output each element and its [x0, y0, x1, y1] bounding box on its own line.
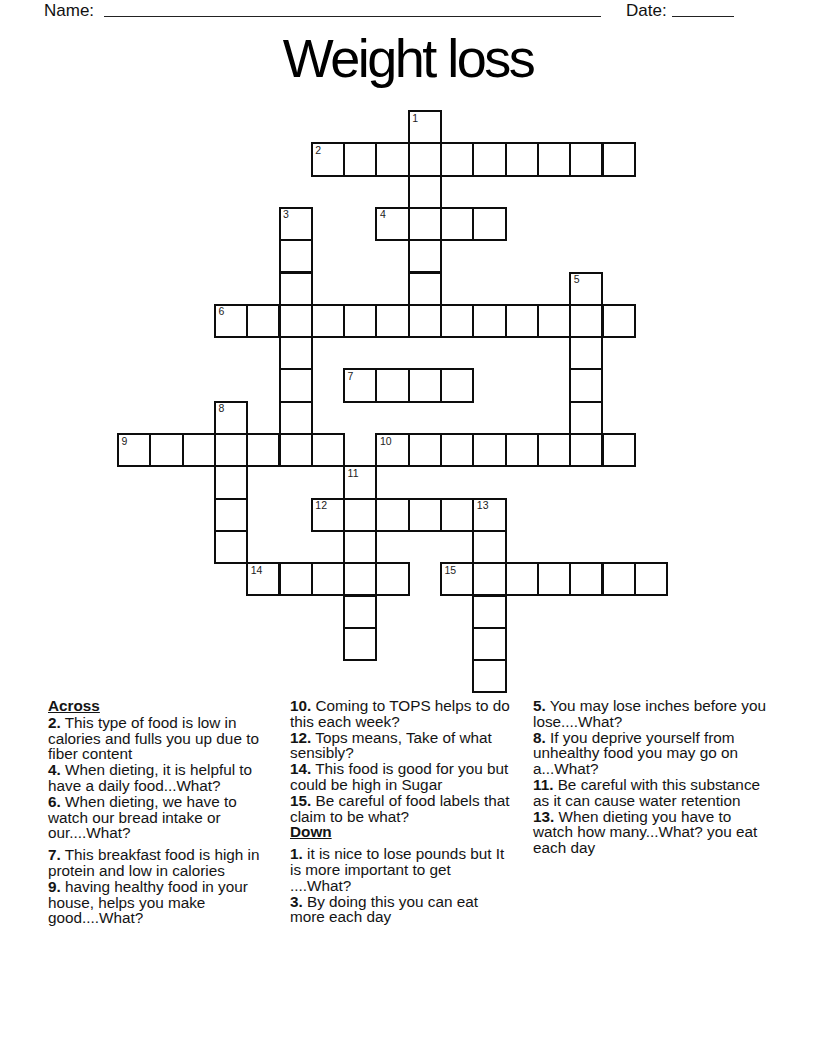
grid-cell-r14c11[interactable]	[472, 562, 506, 596]
cell-number-6: 6	[218, 306, 224, 317]
name-label: Name:	[44, 1, 94, 21]
grid-cell-r14c14[interactable]	[569, 562, 603, 596]
worksheet-page: Name: Date: Weight loss 1234567891011121…	[0, 0, 816, 1056]
grid-cell-r8c10[interactable]	[440, 368, 474, 402]
grid-cell-r10c12[interactable]	[505, 433, 539, 467]
grid-cell-r16c11[interactable]	[472, 627, 506, 661]
date-line	[672, 0, 734, 17]
grid-cell-r14c7[interactable]	[343, 562, 377, 596]
name-line	[104, 0, 601, 17]
clue-column-1: Across2. This type of food is low in cal…	[48, 698, 277, 926]
grid-cell-r5c14[interactable]: 5	[569, 272, 603, 306]
grid-cell-r2c9[interactable]	[408, 175, 442, 209]
grid-cell-r14c4[interactable]: 14	[246, 562, 280, 596]
grid-cell-r1c10[interactable]	[440, 142, 474, 176]
cell-number-3: 3	[283, 209, 289, 220]
grid-cell-r3c9[interactable]	[408, 207, 442, 241]
grid-cell-r10c11[interactable]	[472, 433, 506, 467]
grid-cell-r12c6[interactable]: 12	[311, 498, 345, 532]
clue-across-4: 4. When dieting, it is helpful to have a…	[48, 762, 277, 794]
grid-cell-r10c3[interactable]	[214, 433, 248, 467]
cell-number-5: 5	[574, 274, 580, 285]
grid-cell-r12c7[interactable]	[343, 498, 377, 532]
grid-cell-r6c11[interactable]	[472, 304, 506, 338]
grid-cell-r15c11[interactable]	[472, 595, 506, 629]
cell-number-10: 10	[380, 436, 392, 447]
grid-cell-r7c5[interactable]	[279, 336, 313, 370]
grid-cell-r6c9[interactable]	[408, 304, 442, 338]
grid-cell-r1c7[interactable]	[343, 142, 377, 176]
grid-cell-r3c8[interactable]: 4	[375, 207, 409, 241]
grid-cell-r14c5[interactable]	[279, 562, 313, 596]
grid-cell-r1c13[interactable]	[537, 142, 571, 176]
grid-cell-r9c14[interactable]	[569, 401, 603, 435]
grid-cell-r10c15[interactable]	[602, 433, 636, 467]
clue-across-10: 10. Coming to TOPS helps to do this each…	[290, 698, 514, 730]
cell-number-14: 14	[251, 565, 263, 576]
cell-number-4: 4	[380, 209, 386, 220]
grid-cell-r12c8[interactable]	[375, 498, 409, 532]
clue-across-7: 7. This breakfast food is high in protei…	[48, 847, 277, 879]
grid-cell-r10c0[interactable]: 9	[117, 433, 151, 467]
grid-cell-r6c15[interactable]	[602, 304, 636, 338]
grid-cell-r13c7[interactable]	[343, 530, 377, 564]
grid-cell-r6c3[interactable]: 6	[214, 304, 248, 338]
across-header: Across	[48, 698, 277, 714]
grid-cell-r0c9[interactable]: 1	[408, 110, 442, 144]
clue-column-3: 5. You may lose inches before you lose..…	[533, 698, 773, 856]
crossword-grid: 123456789101112131415	[117, 110, 677, 700]
grid-cell-r6c13[interactable]	[537, 304, 571, 338]
grid-cell-r6c6[interactable]	[311, 304, 345, 338]
grid-cell-r16c7[interactable]	[343, 627, 377, 661]
grid-cell-r13c11[interactable]	[472, 530, 506, 564]
clue-down-3: 3. By doing this you can eat more each d…	[290, 894, 514, 926]
grid-cell-r8c14[interactable]	[569, 368, 603, 402]
clue-down-5: 5. You may lose inches before you lose..…	[533, 698, 773, 730]
grid-cell-r9c3[interactable]: 8	[214, 401, 248, 435]
grid-cell-r1c6[interactable]: 2	[311, 142, 345, 176]
grid-cell-r14c15[interactable]	[602, 562, 636, 596]
clue-across-12: 12. Tops means, Take of what sensibly?	[290, 730, 514, 762]
cell-number-12: 12	[315, 500, 327, 511]
grid-cell-r8c8[interactable]	[375, 368, 409, 402]
grid-cell-r10c9[interactable]	[408, 433, 442, 467]
grid-cell-r13c3[interactable]	[214, 530, 248, 564]
puzzle-title: Weight loss	[0, 28, 816, 88]
grid-cell-r6c14[interactable]	[569, 304, 603, 338]
grid-cell-r7c14[interactable]	[569, 336, 603, 370]
grid-cell-r3c5[interactable]: 3	[279, 207, 313, 241]
grid-cell-r10c14[interactable]	[569, 433, 603, 467]
grid-cell-r10c2[interactable]	[182, 433, 216, 467]
grid-cell-r1c15[interactable]	[602, 142, 636, 176]
grid-cell-r1c12[interactable]	[505, 142, 539, 176]
grid-cell-r10c8[interactable]: 10	[375, 433, 409, 467]
grid-cell-r1c8[interactable]	[375, 142, 409, 176]
grid-cell-r5c5[interactable]	[279, 272, 313, 306]
clue-down-8: 8. If you deprive yourself from unhealth…	[533, 730, 773, 777]
clue-across-6: 6. When dieting, we have to watch our br…	[48, 794, 277, 841]
grid-cell-r14c10[interactable]: 15	[440, 562, 474, 596]
clue-across-15: 15. Be careful of food labels that claim…	[290, 793, 514, 825]
grid-cell-r14c16[interactable]	[634, 562, 668, 596]
grid-cell-r10c10[interactable]	[440, 433, 474, 467]
grid-cell-r1c14[interactable]	[569, 142, 603, 176]
clue-across-2: 2. This type of food is low in calories …	[48, 715, 277, 762]
grid-cell-r3c11[interactable]	[472, 207, 506, 241]
grid-cell-r6c4[interactable]	[246, 304, 280, 338]
grid-cell-r1c9[interactable]	[408, 142, 442, 176]
grid-cell-r1c11[interactable]	[472, 142, 506, 176]
grid-cell-r14c6[interactable]	[311, 562, 345, 596]
clue-down-13: 13. When dieting you have to watch how m…	[533, 809, 773, 856]
grid-cell-r10c4[interactable]	[246, 433, 280, 467]
cell-number-1: 1	[412, 113, 418, 124]
grid-cell-r12c10[interactable]	[440, 498, 474, 532]
date-label: Date:	[626, 1, 667, 21]
grid-cell-r15c7[interactable]	[343, 595, 377, 629]
grid-cell-r14c13[interactable]	[537, 562, 571, 596]
grid-cell-r9c5[interactable]	[279, 401, 313, 435]
grid-cell-r10c5[interactable]	[279, 433, 313, 467]
grid-cell-r12c3[interactable]	[214, 498, 248, 532]
grid-cell-r6c10[interactable]	[440, 304, 474, 338]
grid-cell-r8c9[interactable]	[408, 368, 442, 402]
grid-cell-r11c3[interactable]	[214, 465, 248, 499]
grid-cell-r3c10[interactable]	[440, 207, 474, 241]
cell-number-15: 15	[445, 565, 457, 576]
cell-number-7: 7	[348, 371, 354, 382]
grid-cell-r10c6[interactable]	[311, 433, 345, 467]
down-header: Down	[290, 824, 514, 840]
grid-cell-r5c9[interactable]	[408, 272, 442, 306]
grid-cell-r4c9[interactable]	[408, 239, 442, 273]
grid-cell-r14c8[interactable]	[375, 562, 409, 596]
clue-across-14: 14. This food is good for you but could …	[290, 761, 514, 793]
grid-cell-r10c1[interactable]	[149, 433, 183, 467]
grid-cell-r6c7[interactable]	[343, 304, 377, 338]
clue-down-1: 1. it is nice to lose pounds but It is m…	[290, 846, 514, 893]
grid-cell-r6c12[interactable]	[505, 304, 539, 338]
cell-number-9: 9	[122, 436, 128, 447]
clue-across-9: 9. having healthy food in your house, he…	[48, 879, 277, 926]
grid-cell-r17c11[interactable]	[472, 659, 506, 693]
grid-cell-r6c8[interactable]	[375, 304, 409, 338]
grid-cell-r10c13[interactable]	[537, 433, 571, 467]
cell-number-13: 13	[477, 500, 489, 511]
grid-cell-r12c9[interactable]	[408, 498, 442, 532]
grid-cell-r14c12[interactable]	[505, 562, 539, 596]
grid-cell-r8c7[interactable]: 7	[343, 368, 377, 402]
grid-cell-r12c11[interactable]: 13	[472, 498, 506, 532]
cell-number-8: 8	[218, 403, 224, 414]
grid-cell-r8c5[interactable]	[279, 368, 313, 402]
grid-cell-r6c5[interactable]	[279, 304, 313, 338]
cell-number-11: 11	[348, 468, 359, 479]
clue-column-2: 10. Coming to TOPS helps to do this each…	[290, 698, 514, 925]
clue-down-11: 11. Be careful with this substance as it…	[533, 777, 773, 809]
grid-cell-r4c5[interactable]	[279, 239, 313, 273]
cell-number-2: 2	[315, 145, 321, 156]
grid-cell-r11c7[interactable]: 11	[343, 465, 377, 499]
